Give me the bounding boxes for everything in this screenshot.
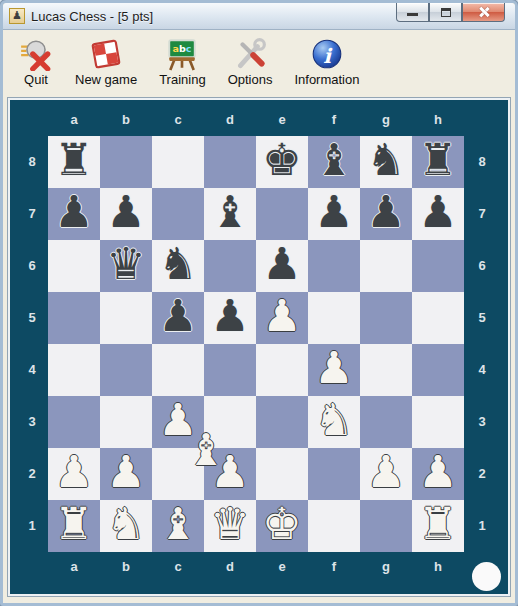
toolbar-label: Options [228, 72, 273, 87]
rank-labels-left: 87654321 [22, 136, 42, 552]
toolbar-button-new-game[interactable]: New game [71, 35, 141, 89]
square-a3[interactable] [48, 396, 100, 448]
rank-label-1: 1 [22, 500, 42, 552]
square-g5[interactable] [360, 292, 412, 344]
file-label-h: h [412, 555, 464, 579]
square-h6[interactable] [412, 240, 464, 292]
piece-white-pawn[interactable]: ♟ [366, 450, 405, 494]
square-a6[interactable] [48, 240, 100, 292]
file-label-g: g [360, 555, 412, 579]
piece-white-rook[interactable]: ♜ [54, 502, 93, 546]
square-h3[interactable] [412, 396, 464, 448]
piece-white-pawn[interactable]: ♟ [262, 294, 301, 338]
piece-white-knight[interactable]: ♞ [106, 502, 145, 546]
rank-label-1: 1 [472, 500, 492, 552]
minimize-button[interactable] [396, 3, 429, 22]
window-title: Lucas Chess - [5 pts] [31, 9, 153, 24]
rank-label-7: 7 [22, 188, 42, 240]
board-frame: abcdefgh abcdefgh 87654321 87654321 ♜♚♝♞… [10, 100, 508, 594]
square-e7[interactable] [256, 188, 308, 240]
minimize-icon [407, 13, 418, 16]
board-panel: abcdefgh abcdefgh 87654321 87654321 ♜♚♝♞… [7, 97, 511, 597]
svg-text:abc: abc [173, 43, 192, 54]
file-label-d: d [204, 555, 256, 579]
toolbar-button-training[interactable]: abcTraining [155, 35, 209, 89]
rank-label-5: 5 [472, 292, 492, 344]
square-c7[interactable] [152, 188, 204, 240]
piece-black-pawn[interactable]: ♟ [314, 190, 353, 234]
rank-label-6: 6 [22, 240, 42, 292]
file-labels-top: abcdefgh [48, 108, 464, 132]
file-label-e: e [256, 108, 308, 132]
piece-black-pawn[interactable]: ♟ [54, 190, 93, 234]
square-a7[interactable]: ♟ [48, 188, 100, 240]
options-icon [233, 37, 267, 71]
square-e8[interactable]: ♚ [256, 136, 308, 188]
piece-black-bishop[interactable]: ♝ [314, 138, 353, 182]
rank-label-7: 7 [472, 188, 492, 240]
square-e3[interactable] [256, 396, 308, 448]
file-label-d: d [204, 108, 256, 132]
piece-black-queen[interactable]: ♛ [106, 242, 145, 286]
square-d6[interactable] [204, 240, 256, 292]
square-g4[interactable] [360, 344, 412, 396]
square-b1[interactable]: ♞ [100, 500, 152, 552]
rank-label-4: 4 [22, 344, 42, 396]
square-g7[interactable]: ♟ [360, 188, 412, 240]
piece-white-pawn[interactable]: ♟ [418, 450, 457, 494]
rank-label-3: 3 [22, 396, 42, 448]
piece-white-king[interactable]: ♚ [262, 502, 301, 546]
rank-label-8: 8 [472, 136, 492, 188]
piece-white-pawn[interactable]: ♟ [54, 450, 93, 494]
square-b8[interactable] [100, 136, 152, 188]
maximize-button[interactable] [429, 3, 462, 22]
square-a8[interactable]: ♜ [48, 136, 100, 188]
square-b7[interactable]: ♟ [100, 188, 152, 240]
rank-label-5: 5 [22, 292, 42, 344]
square-f2[interactable] [308, 448, 360, 500]
new-game-icon [89, 37, 123, 71]
square-b4[interactable] [100, 344, 152, 396]
square-e5[interactable]: ♟ [256, 292, 308, 344]
square-h2[interactable]: ♟ [412, 448, 464, 500]
square-h1[interactable]: ♜ [412, 500, 464, 552]
rank-label-8: 8 [22, 136, 42, 188]
piece-black-bishop[interactable]: ♝ [210, 190, 249, 234]
piece-black-pawn[interactable]: ♟ [262, 242, 301, 286]
rank-label-4: 4 [472, 344, 492, 396]
toolbar-label: New game [75, 72, 137, 87]
piece-black-pawn[interactable]: ♟ [106, 190, 145, 234]
square-h4[interactable] [412, 344, 464, 396]
piece-white-knight[interactable]: ♞ [314, 398, 353, 442]
toolbar-button-options[interactable]: Options [224, 35, 277, 89]
piece-black-pawn[interactable]: ♟ [210, 294, 249, 338]
file-labels-bottom: abcdefgh [48, 555, 464, 579]
square-d4[interactable] [204, 344, 256, 396]
square-g3[interactable] [360, 396, 412, 448]
piece-black-rook[interactable]: ♜ [54, 138, 93, 182]
piece-white-bishop[interactable]: ♝ [158, 502, 197, 546]
toolbar-label: Quit [24, 72, 48, 87]
square-b3[interactable] [100, 396, 152, 448]
floating-piece-white-bishop[interactable]: ♝ [186, 428, 225, 472]
square-c6[interactable]: ♞ [152, 240, 204, 292]
file-label-f: f [308, 108, 360, 132]
piece-black-rook[interactable]: ♜ [418, 138, 457, 182]
file-label-b: b [100, 555, 152, 579]
app-window: ♟ Lucas Chess - [5 pts] QuitNew gameabcT… [0, 0, 518, 606]
turn-indicator-white [472, 562, 501, 591]
piece-black-pawn[interactable]: ♟ [366, 190, 405, 234]
square-b2[interactable]: ♟ [100, 448, 152, 500]
square-a1[interactable]: ♜ [48, 500, 100, 552]
square-e6[interactable]: ♟ [256, 240, 308, 292]
square-d7[interactable]: ♝ [204, 188, 256, 240]
square-a5[interactable] [48, 292, 100, 344]
square-f6[interactable] [308, 240, 360, 292]
rank-label-2: 2 [472, 448, 492, 500]
file-label-f: f [308, 555, 360, 579]
square-c1[interactable]: ♝ [152, 500, 204, 552]
square-e4[interactable] [256, 344, 308, 396]
square-d8[interactable] [204, 136, 256, 188]
square-f4[interactable]: ♟ [308, 344, 360, 396]
file-label-c: c [152, 108, 204, 132]
square-a2[interactable]: ♟ [48, 448, 100, 500]
close-icon [477, 5, 491, 19]
square-f7[interactable]: ♟ [308, 188, 360, 240]
square-a4[interactable] [48, 344, 100, 396]
piece-white-queen[interactable]: ♛ [210, 502, 249, 546]
piece-black-knight[interactable]: ♞ [158, 242, 197, 286]
caption-buttons [396, 3, 505, 22]
toolbar-button-information[interactable]: iInformation [290, 35, 363, 89]
file-label-e: e [256, 555, 308, 579]
square-c8[interactable] [152, 136, 204, 188]
square-h7[interactable]: ♟ [412, 188, 464, 240]
square-d5[interactable]: ♟ [204, 292, 256, 344]
board-squares: ♜♚♝♞♜♟♟♝♟♟♟♛♞♟♟♟♟♟♟♞♟♟♟♟♟♜♞♝♛♚♜♝ [48, 136, 464, 552]
toolbar: QuitNew gameabcTrainingOptionsiInformati… [3, 30, 515, 94]
information-icon: i [310, 37, 344, 71]
file-label-h: h [412, 108, 464, 132]
piece-black-knight[interactable]: ♞ [366, 138, 405, 182]
quit-icon [19, 37, 53, 71]
rank-labels-right: 87654321 [472, 136, 492, 552]
square-f1[interactable] [308, 500, 360, 552]
file-label-c: c [152, 555, 204, 579]
file-label-a: a [48, 108, 100, 132]
square-h5[interactable] [412, 292, 464, 344]
square-e1[interactable]: ♚ [256, 500, 308, 552]
piece-white-pawn[interactable]: ♟ [106, 450, 145, 494]
square-e2[interactable] [256, 448, 308, 500]
square-f8[interactable]: ♝ [308, 136, 360, 188]
file-label-b: b [100, 108, 152, 132]
square-f5[interactable] [308, 292, 360, 344]
square-f3[interactable]: ♞ [308, 396, 360, 448]
square-g2[interactable]: ♟ [360, 448, 412, 500]
piece-white-rook[interactable]: ♜ [418, 502, 457, 546]
close-button[interactable] [462, 3, 505, 22]
rank-label-6: 6 [472, 240, 492, 292]
square-g6[interactable] [360, 240, 412, 292]
window-chess-icon: ♟ [9, 8, 25, 24]
square-b6[interactable]: ♛ [100, 240, 152, 292]
piece-black-king[interactable]: ♚ [262, 138, 301, 182]
square-h8[interactable]: ♜ [412, 136, 464, 188]
toolbar-label: Training [159, 72, 205, 87]
square-d1[interactable]: ♛ [204, 500, 256, 552]
piece-white-pawn[interactable]: ♟ [314, 346, 353, 390]
rank-label-3: 3 [472, 396, 492, 448]
square-c5[interactable]: ♟ [152, 292, 204, 344]
toolbar-label: Information [294, 72, 359, 87]
square-g1[interactable] [360, 500, 412, 552]
square-c4[interactable] [152, 344, 204, 396]
rank-label-2: 2 [22, 448, 42, 500]
piece-black-pawn[interactable]: ♟ [418, 190, 457, 234]
toolbar-button-quit[interactable]: Quit [15, 35, 57, 89]
file-label-a: a [48, 555, 100, 579]
square-b5[interactable] [100, 292, 152, 344]
square-g8[interactable]: ♞ [360, 136, 412, 188]
piece-black-pawn[interactable]: ♟ [158, 294, 197, 338]
training-icon: abc [165, 37, 199, 71]
file-label-g: g [360, 108, 412, 132]
maximize-icon [441, 8, 451, 17]
